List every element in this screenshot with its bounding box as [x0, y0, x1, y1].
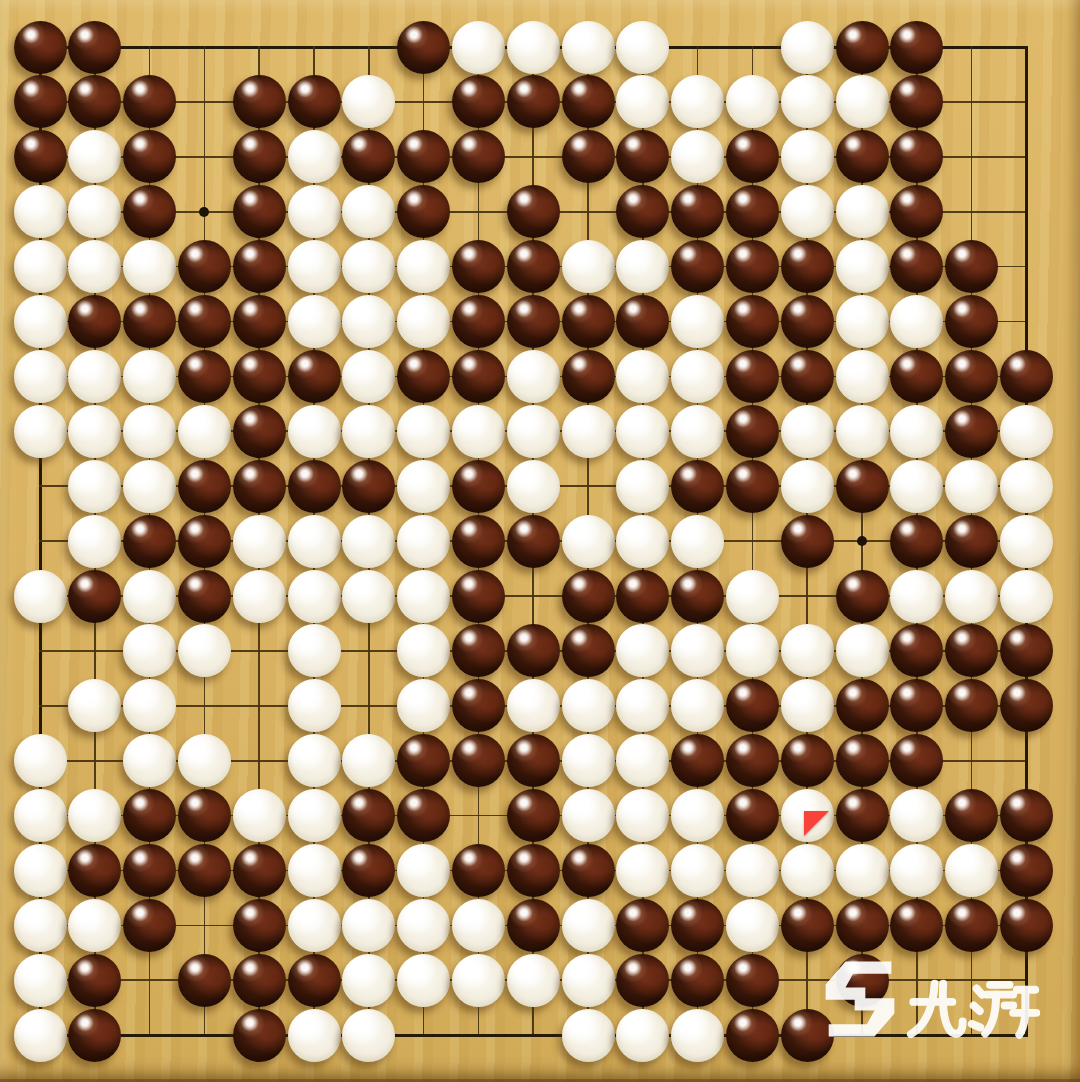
stone-black[interactable] [233, 899, 286, 952]
stone-black[interactable] [178, 789, 231, 842]
stone-white[interactable] [781, 460, 834, 513]
stone-black[interactable] [1000, 844, 1053, 897]
stone-black[interactable] [671, 185, 724, 238]
stone-white[interactable] [68, 789, 121, 842]
stone-white[interactable] [342, 515, 395, 568]
stone-white[interactable] [288, 734, 341, 787]
stone-black[interactable] [890, 350, 943, 403]
stone-black[interactable] [890, 734, 943, 787]
stone-white[interactable] [562, 405, 615, 458]
stone-black[interactable] [1000, 624, 1053, 677]
stone-white[interactable] [288, 240, 341, 293]
stone-black[interactable] [178, 460, 231, 513]
stone-white[interactable] [342, 75, 395, 128]
stone-black[interactable] [123, 295, 176, 348]
stone-white[interactable] [726, 570, 779, 623]
stone-white[interactable] [397, 570, 450, 623]
stone-white[interactable] [288, 1009, 341, 1062]
stone-black[interactable] [233, 460, 286, 513]
stone-white[interactable] [123, 405, 176, 458]
stone-white[interactable] [836, 624, 889, 677]
stone-black[interactable] [68, 21, 121, 74]
stone-white[interactable] [233, 789, 286, 842]
stone-black[interactable] [671, 460, 724, 513]
stone-white[interactable] [671, 1009, 724, 1062]
stone-black[interactable] [616, 570, 669, 623]
stone-black[interactable] [397, 185, 450, 238]
stone-white[interactable] [14, 844, 67, 897]
stone-black[interactable] [507, 624, 560, 677]
stone-white[interactable] [288, 789, 341, 842]
stone-white[interactable] [68, 185, 121, 238]
stone-black[interactable] [342, 789, 395, 842]
stone-black[interactable] [123, 515, 176, 568]
stone-black[interactable] [562, 295, 615, 348]
stone-black[interactable] [836, 679, 889, 732]
stone-white[interactable] [1000, 515, 1053, 568]
stone-black[interactable] [562, 624, 615, 677]
stone-white[interactable] [671, 75, 724, 128]
stone-black[interactable] [671, 954, 724, 1007]
stone-black[interactable] [68, 954, 121, 1007]
stone-black[interactable] [233, 405, 286, 458]
stone-black[interactable] [945, 624, 998, 677]
stone-black[interactable] [836, 460, 889, 513]
stone-white[interactable] [616, 679, 669, 732]
stone-black[interactable] [397, 130, 450, 183]
stone-white[interactable] [836, 240, 889, 293]
stone-black[interactable] [726, 130, 779, 183]
stone-white[interactable] [671, 789, 724, 842]
stone-white[interactable] [288, 130, 341, 183]
stone-white[interactable] [781, 679, 834, 732]
stone-white[interactable] [14, 185, 67, 238]
stone-white[interactable] [14, 734, 67, 787]
stone-black[interactable] [781, 899, 834, 952]
stone-black[interactable] [945, 789, 998, 842]
stone-white[interactable] [14, 789, 67, 842]
stone-black[interactable] [507, 899, 560, 952]
stone-black[interactable] [452, 515, 505, 568]
stone-white[interactable] [616, 515, 669, 568]
stone-black[interactable] [836, 570, 889, 623]
go-board[interactable] [0, 0, 1080, 1082]
stone-white[interactable] [616, 460, 669, 513]
stone-white[interactable] [1000, 570, 1053, 623]
stone-white[interactable] [671, 844, 724, 897]
stone-white[interactable] [781, 405, 834, 458]
stone-white[interactable] [452, 899, 505, 952]
stone-white[interactable] [342, 1009, 395, 1062]
stone-white[interactable] [178, 405, 231, 458]
stone-black[interactable] [890, 515, 943, 568]
stone-white[interactable] [397, 295, 450, 348]
stone-white[interactable] [452, 954, 505, 1007]
stone-black[interactable] [890, 21, 943, 74]
stone-black[interactable] [726, 954, 779, 1007]
stone-white[interactable] [68, 515, 121, 568]
stone-white[interactable] [452, 21, 505, 74]
stone-white[interactable] [123, 570, 176, 623]
stone-black[interactable] [68, 295, 121, 348]
stone-black[interactable] [1000, 899, 1053, 952]
stone-black[interactable] [452, 460, 505, 513]
stone-black[interactable] [397, 21, 450, 74]
stone-white[interactable] [342, 185, 395, 238]
stone-white[interactable] [781, 130, 834, 183]
stone-black[interactable] [342, 130, 395, 183]
stone-white[interactable] [397, 679, 450, 732]
stone-black[interactable] [123, 899, 176, 952]
stone-black[interactable] [342, 460, 395, 513]
stone-black[interactable] [836, 130, 889, 183]
stone-white[interactable] [726, 899, 779, 952]
stone-black[interactable] [68, 844, 121, 897]
stone-white[interactable] [562, 515, 615, 568]
stone-black[interactable] [836, 789, 889, 842]
stone-white[interactable] [616, 789, 669, 842]
stone-black[interactable] [836, 954, 889, 1007]
stone-black[interactable] [178, 954, 231, 1007]
stone-black[interactable] [616, 295, 669, 348]
stone-white[interactable] [781, 75, 834, 128]
stone-white[interactable] [616, 844, 669, 897]
stone-white[interactable] [68, 405, 121, 458]
stone-black[interactable] [890, 240, 943, 293]
stone-white[interactable] [14, 954, 67, 1007]
stone-black[interactable] [233, 185, 286, 238]
stone-black[interactable] [726, 679, 779, 732]
stone-white[interactable] [14, 570, 67, 623]
stone-white[interactable] [945, 844, 998, 897]
stone-black[interactable] [68, 1009, 121, 1062]
stone-white[interactable] [68, 679, 121, 732]
stone-black[interactable] [945, 295, 998, 348]
stone-black[interactable] [945, 515, 998, 568]
stone-white[interactable] [562, 240, 615, 293]
stone-white[interactable] [726, 624, 779, 677]
stone-black[interactable] [562, 844, 615, 897]
stone-white[interactable] [507, 21, 560, 74]
stone-black[interactable] [726, 185, 779, 238]
stone-white[interactable] [562, 21, 615, 74]
stone-black[interactable] [671, 240, 724, 293]
stone-white[interactable] [671, 130, 724, 183]
stone-black[interactable] [452, 844, 505, 897]
stone-white[interactable] [342, 405, 395, 458]
stone-black[interactable] [671, 899, 724, 952]
stone-black[interactable] [726, 734, 779, 787]
stone-black[interactable] [781, 515, 834, 568]
stone-black[interactable] [288, 350, 341, 403]
stone-black[interactable] [562, 130, 615, 183]
stone-black[interactable] [178, 295, 231, 348]
stone-black[interactable] [507, 295, 560, 348]
stone-black[interactable] [452, 130, 505, 183]
stone-white[interactable] [562, 679, 615, 732]
stone-black[interactable] [233, 844, 286, 897]
stone-white[interactable] [288, 624, 341, 677]
stone-black[interactable] [671, 734, 724, 787]
stone-black[interactable] [452, 350, 505, 403]
stone-white[interactable] [781, 21, 834, 74]
stone-black[interactable] [233, 954, 286, 1007]
stone-black[interactable] [945, 405, 998, 458]
stone-black[interactable] [178, 240, 231, 293]
stone-white[interactable] [342, 295, 395, 348]
stone-white[interactable] [288, 185, 341, 238]
stone-white[interactable] [397, 405, 450, 458]
stone-white[interactable] [836, 185, 889, 238]
stone-white[interactable] [562, 1009, 615, 1062]
stone-white[interactable] [123, 734, 176, 787]
stone-white[interactable] [616, 734, 669, 787]
stone-white[interactable] [397, 624, 450, 677]
stone-white[interactable] [178, 624, 231, 677]
stone-black[interactable] [507, 185, 560, 238]
stone-white[interactable] [68, 899, 121, 952]
stone-black[interactable] [507, 75, 560, 128]
stone-white[interactable] [890, 460, 943, 513]
stone-black[interactable] [562, 570, 615, 623]
stone-white[interactable] [671, 350, 724, 403]
stone-black[interactable] [726, 350, 779, 403]
stone-white[interactable] [781, 624, 834, 677]
stone-black[interactable] [123, 130, 176, 183]
stone-white[interactable] [890, 570, 943, 623]
stone-black[interactable] [342, 844, 395, 897]
stone-white[interactable] [836, 75, 889, 128]
stone-black[interactable] [452, 734, 505, 787]
stone-white[interactable] [342, 570, 395, 623]
stone-black[interactable] [452, 240, 505, 293]
stone-black[interactable] [616, 185, 669, 238]
stone-white[interactable] [342, 734, 395, 787]
stone-white[interactable] [123, 350, 176, 403]
stone-white[interactable] [288, 295, 341, 348]
stone-white[interactable] [342, 240, 395, 293]
stone-black[interactable] [781, 350, 834, 403]
stone-black[interactable] [452, 75, 505, 128]
stone-black[interactable] [726, 460, 779, 513]
stone-white[interactable] [616, 240, 669, 293]
stone-white[interactable] [945, 570, 998, 623]
stone-black[interactable] [288, 75, 341, 128]
stone-white[interactable] [890, 295, 943, 348]
stone-black[interactable] [890, 130, 943, 183]
stone-black[interactable] [945, 350, 998, 403]
stone-black[interactable] [14, 21, 67, 74]
stone-white[interactable] [342, 350, 395, 403]
stone-black[interactable] [507, 240, 560, 293]
stone-white[interactable] [123, 460, 176, 513]
stone-white[interactable] [616, 405, 669, 458]
stone-black[interactable] [836, 899, 889, 952]
stone-white[interactable] [890, 789, 943, 842]
stone-white[interactable] [507, 350, 560, 403]
stone-black[interactable] [836, 734, 889, 787]
stone-white[interactable] [397, 460, 450, 513]
stone-white[interactable] [507, 679, 560, 732]
stone-black[interactable] [945, 899, 998, 952]
stone-white[interactable] [14, 405, 67, 458]
stone-white[interactable] [397, 954, 450, 1007]
stone-black[interactable] [178, 844, 231, 897]
stone-black[interactable] [726, 405, 779, 458]
stone-black[interactable] [233, 130, 286, 183]
stone-black[interactable] [1000, 350, 1053, 403]
stone-white[interactable] [616, 75, 669, 128]
stone-white[interactable] [397, 515, 450, 568]
stone-white[interactable] [178, 734, 231, 787]
stone-white[interactable] [14, 350, 67, 403]
stone-black[interactable] [123, 844, 176, 897]
stone-black[interactable] [233, 295, 286, 348]
stone-white[interactable] [562, 789, 615, 842]
stone-white[interactable] [14, 240, 67, 293]
stone-black[interactable] [14, 130, 67, 183]
stone-white[interactable] [616, 1009, 669, 1062]
stone-black[interactable] [726, 789, 779, 842]
stone-white[interactable] [123, 240, 176, 293]
stone-white[interactable] [671, 679, 724, 732]
stone-white[interactable] [68, 130, 121, 183]
stone-black[interactable] [123, 75, 176, 128]
stone-white[interactable] [452, 405, 505, 458]
stone-white[interactable] [616, 350, 669, 403]
stone-white[interactable] [671, 405, 724, 458]
stone-white[interactable] [14, 295, 67, 348]
stone-black[interactable] [890, 679, 943, 732]
stone-white[interactable] [890, 405, 943, 458]
stone-black[interactable] [452, 679, 505, 732]
stone-white[interactable] [288, 570, 341, 623]
stone-black[interactable] [616, 899, 669, 952]
stone-black[interactable] [507, 789, 560, 842]
stone-white[interactable] [288, 899, 341, 952]
stone-white[interactable] [288, 844, 341, 897]
stone-black[interactable] [616, 954, 669, 1007]
stone-black[interactable] [14, 75, 67, 128]
stone-black[interactable] [452, 570, 505, 623]
stone-white[interactable] [288, 405, 341, 458]
stone-black[interactable] [288, 954, 341, 1007]
stone-white[interactable] [1000, 460, 1053, 513]
stone-white[interactable] [14, 1009, 67, 1062]
stone-black[interactable] [178, 515, 231, 568]
stone-black[interactable] [781, 295, 834, 348]
stone-black[interactable] [562, 350, 615, 403]
stone-black[interactable] [726, 240, 779, 293]
stone-white[interactable] [342, 899, 395, 952]
stone-white[interactable] [781, 844, 834, 897]
stone-white[interactable] [562, 734, 615, 787]
stone-black[interactable] [726, 1009, 779, 1062]
stone-white[interactable] [397, 240, 450, 293]
stone-black[interactable] [233, 1009, 286, 1062]
stone-black[interactable] [233, 350, 286, 403]
stone-black[interactable] [178, 350, 231, 403]
stone-white[interactable] [836, 844, 889, 897]
stone-black[interactable] [616, 130, 669, 183]
stone-black[interactable] [68, 570, 121, 623]
stone-white[interactable] [288, 515, 341, 568]
stone-white[interactable] [671, 515, 724, 568]
stone-black[interactable] [397, 350, 450, 403]
stone-white[interactable] [726, 75, 779, 128]
stone-black[interactable] [671, 570, 724, 623]
stone-black[interactable] [68, 75, 121, 128]
stone-white[interactable] [68, 350, 121, 403]
stone-white[interactable] [68, 460, 121, 513]
stone-white[interactable] [562, 899, 615, 952]
stone-white[interactable] [68, 240, 121, 293]
stone-white[interactable] [616, 21, 669, 74]
stone-white[interactable] [890, 844, 943, 897]
stone-white[interactable] [397, 899, 450, 952]
stone-black[interactable] [836, 21, 889, 74]
stone-black[interactable] [1000, 789, 1053, 842]
stone-black[interactable] [890, 75, 943, 128]
stone-white[interactable] [507, 460, 560, 513]
stone-white[interactable] [14, 899, 67, 952]
stone-white[interactable] [233, 570, 286, 623]
stone-black[interactable] [397, 734, 450, 787]
stone-white[interactable] [945, 460, 998, 513]
stone-white[interactable] [123, 624, 176, 677]
stone-black[interactable] [507, 515, 560, 568]
stone-black[interactable] [726, 295, 779, 348]
stone-black[interactable] [781, 734, 834, 787]
stone-white[interactable] [1000, 405, 1053, 458]
stone-black[interactable] [1000, 679, 1053, 732]
stone-white[interactable] [123, 679, 176, 732]
stone-white[interactable] [671, 295, 724, 348]
stone-black[interactable] [233, 240, 286, 293]
stone-black[interactable] [178, 570, 231, 623]
stone-black[interactable] [397, 789, 450, 842]
stone-black[interactable] [890, 185, 943, 238]
stone-white[interactable] [836, 295, 889, 348]
stone-white[interactable] [616, 624, 669, 677]
stone-black[interactable] [890, 899, 943, 952]
stone-white[interactable] [671, 624, 724, 677]
stone-black[interactable] [781, 240, 834, 293]
stone-black[interactable] [945, 679, 998, 732]
stone-black[interactable] [123, 789, 176, 842]
stone-black[interactable] [288, 460, 341, 513]
stone-white[interactable] [288, 679, 341, 732]
stone-black[interactable] [452, 295, 505, 348]
stone-white[interactable] [342, 954, 395, 1007]
stone-black[interactable] [233, 75, 286, 128]
stone-black[interactable] [945, 240, 998, 293]
stone-white[interactable] [562, 954, 615, 1007]
stone-black[interactable] [890, 624, 943, 677]
stone-white[interactable] [836, 350, 889, 403]
stone-black[interactable] [507, 844, 560, 897]
stone-black[interactable] [452, 624, 505, 677]
stone-white[interactable] [233, 515, 286, 568]
stone-white[interactable] [507, 405, 560, 458]
stone-black[interactable] [123, 185, 176, 238]
stone-white[interactable] [781, 185, 834, 238]
stone-white[interactable] [507, 954, 560, 1007]
stone-black[interactable] [562, 75, 615, 128]
stone-black[interactable] [781, 1009, 834, 1062]
stone-white[interactable] [836, 405, 889, 458]
stone-black[interactable] [507, 734, 560, 787]
